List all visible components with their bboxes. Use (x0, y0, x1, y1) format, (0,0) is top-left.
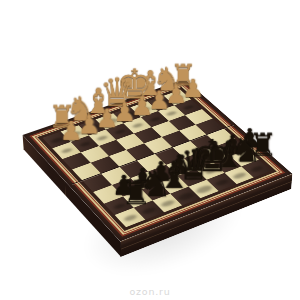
product-photo-scene: ♜♞♝♛♚♝♞♜♟♟♟♟♟♟♟♟♟♟♟♟♟♟♟♟♜♞♝♛♚♝♞♜ ozon.ru (0, 0, 300, 300)
square-a5[interactable] (83, 174, 112, 192)
square-a4[interactable] (72, 163, 101, 181)
square-a3[interactable] (62, 152, 90, 169)
piece-black-rook[interactable]: ♜ (121, 177, 151, 210)
watermark: ozon.ru (129, 286, 170, 297)
chess-board: ♜♞♝♛♚♝♞♜♟♟♟♟♟♟♟♟♟♟♟♟♟♟♟♟♜♞♝♛♚♝♞♜ (23, 79, 293, 241)
